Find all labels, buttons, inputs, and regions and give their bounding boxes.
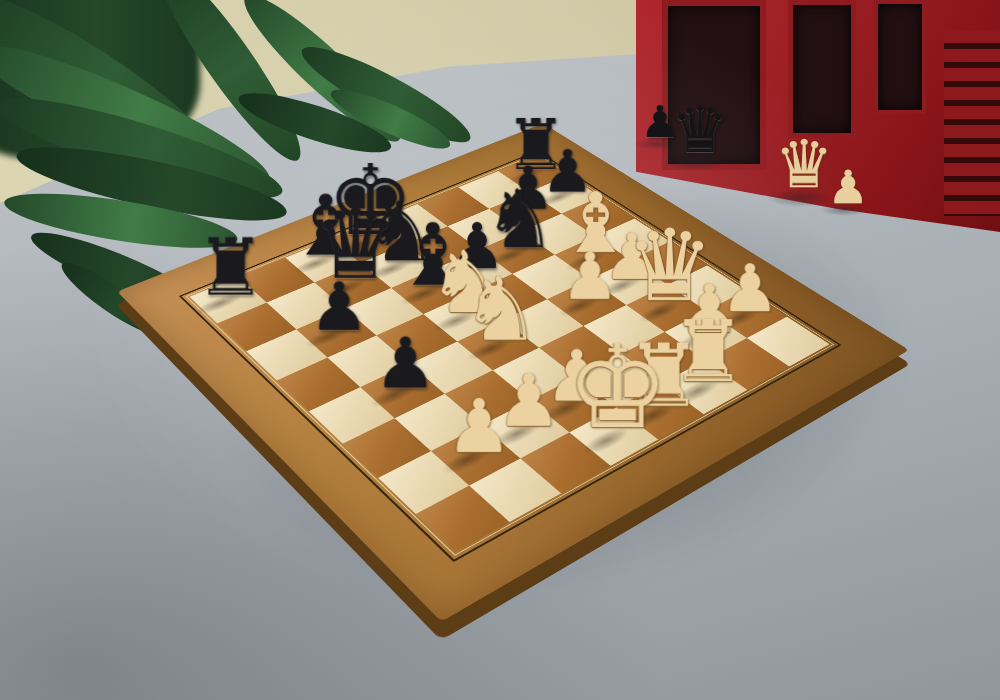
- white-pawn-b2[interactable]: ♟: [427, 316, 530, 466]
- photo-scene: ♜♝♚♜♛♞♟♟♟♝♟♞♟♞♝♞♟♟♛♟♟♟♟♟♚♜♜ ♟♛♛♟: [0, 0, 1000, 700]
- cabinet-slats: [944, 30, 1000, 216]
- offboard-black-queen[interactable]: ♛: [660, 88, 740, 162]
- white-king-d1[interactable]: ♚: [566, 299, 668, 447]
- offboard-white-pawn[interactable]: ♟: [808, 157, 888, 210]
